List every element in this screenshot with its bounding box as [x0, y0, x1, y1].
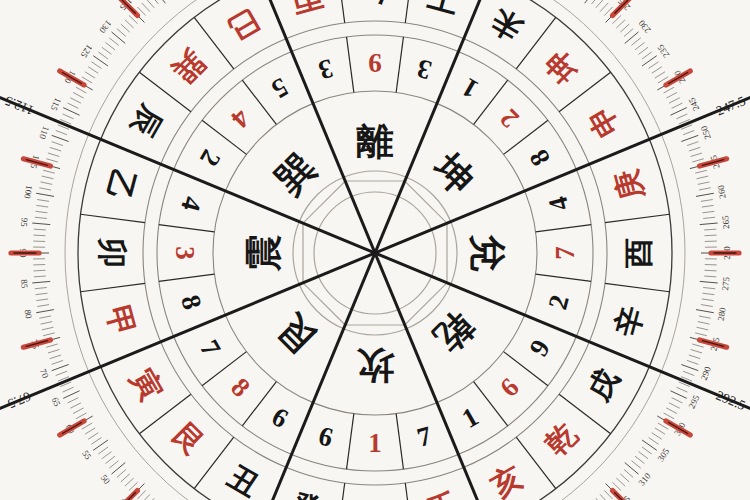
degree-label: 80 [23, 309, 34, 320]
mountain-酉: 酉 [622, 238, 655, 269]
degree-label: 265 [720, 215, 731, 230]
mountain-坤: 坤 [539, 45, 585, 91]
mountain-寅: 寅 [125, 363, 169, 405]
trigram-艮: 艮 [268, 305, 323, 360]
trigram-兌: 兌 [467, 235, 508, 272]
mountain-卯: 卯 [96, 237, 129, 268]
mountain-午: 午 [360, 0, 391, 7]
mountain-丑: 丑 [222, 459, 264, 500]
mountain-癸: 癸 [287, 487, 325, 500]
trigram-離: 離 [356, 121, 394, 162]
mountain-未: 未 [485, 3, 528, 47]
degree-label: 230 [636, 18, 653, 35]
loshu-star-8: 8 [225, 372, 256, 403]
mountain-乾: 乾 [539, 417, 584, 462]
degree-label: 235 [655, 42, 671, 59]
flank-number-1: 1 [457, 401, 484, 434]
loshu-star-9: 9 [368, 48, 382, 78]
degree-label: 110 [37, 125, 51, 141]
degree-label: 65 [50, 396, 63, 409]
flank-number-2: 2 [194, 145, 227, 172]
trigram-震: 震 [243, 235, 284, 273]
flank-number-4: 4 [542, 193, 574, 214]
degree-label: 70 [38, 367, 51, 379]
degree-label: 245 [686, 96, 701, 113]
degree-label: 250 [699, 124, 713, 141]
degree-label: 125 [78, 43, 94, 60]
degree-label: 310 [636, 471, 653, 488]
loshu-star-3: 3 [170, 246, 200, 260]
degree-label: 260 [716, 184, 728, 200]
trigram-坎: 坎 [357, 345, 396, 386]
degree-label: 280 [716, 306, 728, 322]
flank-number-6: 6 [315, 420, 336, 452]
trigram-巽: 巽 [268, 146, 323, 201]
luopan-feng-shui-compass: 0510152025303540455055606570758085909510… [0, 0, 750, 500]
mountain-丙: 丙 [288, 0, 326, 19]
degree-label: 100 [22, 184, 34, 200]
flank-number-1: 1 [457, 72, 484, 105]
mountain-壬: 壬 [423, 487, 461, 500]
flank-number-7: 7 [414, 420, 435, 452]
flank-number-8: 8 [175, 292, 207, 313]
flank-number-5: 5 [267, 72, 294, 105]
degree-label: 95 [19, 217, 30, 227]
flank-number-4: 4 [175, 193, 207, 214]
mountain-巽: 巽 [167, 44, 212, 89]
mountain-乙: 乙 [101, 166, 141, 204]
loshu-star-4: 4 [225, 103, 256, 134]
loshu-star-1: 1 [368, 428, 382, 458]
flank-number-3: 3 [414, 53, 435, 85]
compass-wheel-svg: 0510152025303540455055606570758085909510… [0, 0, 750, 500]
trigram-乾: 乾 [427, 305, 482, 360]
flank-number-7: 7 [194, 335, 227, 362]
mountain-辛: 辛 [609, 302, 649, 340]
loshu-star-2: 2 [494, 103, 525, 134]
flank-number-9: 9 [523, 335, 556, 362]
mountain-辰: 辰 [125, 99, 169, 142]
flank-number-8: 8 [523, 145, 556, 172]
degree-label: 50 [99, 473, 113, 487]
degree-label: 305 [655, 446, 671, 463]
mountain-申: 申 [581, 100, 625, 142]
loshu-star-7: 7 [550, 246, 580, 260]
degree-label: 275 [720, 276, 731, 291]
flank-number-2: 2 [542, 292, 574, 313]
mountain-甲: 甲 [101, 302, 141, 340]
mountain-庚: 庚 [609, 166, 649, 204]
mountain-戌: 戌 [581, 363, 625, 406]
mountain-丁: 丁 [424, 0, 462, 19]
flank-number-6: 6 [267, 401, 294, 434]
degree-label: 85 [19, 279, 30, 289]
flank-number-3: 3 [315, 53, 336, 85]
trigram-坤: 坤 [425, 145, 482, 202]
degree-label: 295 [687, 393, 702, 410]
degree-label: 55 [80, 448, 94, 462]
loshu-star-6: 6 [494, 372, 525, 403]
mountain-亥: 亥 [484, 459, 527, 500]
mountain-艮: 艮 [167, 417, 212, 462]
mountain-巳: 巳 [222, 3, 264, 47]
degree-label: 130 [97, 18, 114, 35]
degree-label: 115 [48, 96, 63, 113]
degree-label: 290 [699, 365, 713, 382]
